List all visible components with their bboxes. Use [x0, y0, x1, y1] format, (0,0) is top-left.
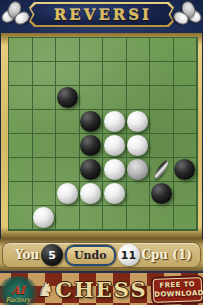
disc-white — [80, 183, 101, 204]
stacked-discs-icon — [172, 1, 202, 32]
board-cell-r5c1[interactable] — [33, 158, 57, 182]
disc-white — [33, 207, 54, 228]
board-cell-r6c5[interactable] — [127, 182, 151, 206]
disc-white — [57, 183, 78, 204]
disc-flip-edge — [153, 159, 170, 180]
title-plaque: REVERSI — [29, 2, 174, 27]
disc-flip-gray — [127, 159, 148, 180]
badge-line2: DOWNLOAD! — [154, 289, 201, 300]
you-score: 5 — [48, 249, 56, 262]
you-label: You — [15, 248, 39, 262]
disc-black — [174, 159, 195, 180]
undo-button[interactable]: Undo — [65, 245, 116, 266]
board-cell-r6c1[interactable] — [33, 182, 57, 206]
free-to-download-badge[interactable]: FREE TO DOWNLOAD! — [153, 277, 203, 303]
board-cell-r4c4[interactable] — [103, 134, 127, 158]
board-cell-r1c0[interactable] — [9, 62, 33, 86]
board-cell-r2c1[interactable] — [33, 86, 57, 110]
disc-black — [57, 87, 78, 108]
board-cell-r7c0[interactable] — [9, 206, 33, 230]
board-cell-r5c4[interactable] — [103, 158, 127, 182]
board-cell-r5c6[interactable] — [150, 158, 174, 182]
board-cell-r2c6[interactable] — [150, 86, 174, 110]
board-grid — [8, 37, 198, 231]
ai-factory-logo: AI Factory — [0, 276, 39, 305]
board-cell-r3c3[interactable] — [80, 110, 104, 134]
disc-black — [80, 159, 101, 180]
disc-white — [127, 135, 148, 156]
reversi-app: REVERSI You 5 Undo 11 Cpu (1) AI Factory — [0, 0, 203, 305]
board-cell-r3c2[interactable] — [56, 110, 80, 134]
disc-black — [80, 111, 101, 132]
board-cell-r1c7[interactable] — [174, 62, 198, 86]
board-cell-r1c2[interactable] — [56, 62, 80, 86]
board-cell-r4c0[interactable] — [9, 134, 33, 158]
board-cell-r0c3[interactable] — [80, 38, 104, 62]
board-cell-r6c4[interactable] — [103, 182, 127, 206]
board-cell-r5c0[interactable] — [9, 158, 33, 182]
you-score-disc: 5 — [41, 244, 63, 266]
board-cell-r0c7[interactable] — [174, 38, 198, 62]
cpu-score: 11 — [121, 249, 136, 262]
status-bar: You 5 Undo 11 Cpu (1) — [0, 239, 203, 271]
board-cell-r1c6[interactable] — [150, 62, 174, 86]
board-cell-r7c3[interactable] — [80, 206, 104, 230]
board-cell-r6c3[interactable] — [80, 182, 104, 206]
board-cell-r0c4[interactable] — [103, 38, 127, 62]
ai-factory-logo-top: AI — [11, 285, 25, 296]
disc-white — [127, 111, 148, 132]
board-cell-r4c2[interactable] — [56, 134, 80, 158]
stacked-discs-icon — [1, 1, 31, 32]
board-cell-r7c4[interactable] — [103, 206, 127, 230]
disc-white — [104, 183, 125, 204]
board-cell-r2c2[interactable] — [56, 86, 80, 110]
knight-icon-left: ♞ — [37, 280, 54, 299]
board-cell-r7c6[interactable] — [150, 206, 174, 230]
board-cell-r3c6[interactable] — [150, 110, 174, 134]
board-cell-r3c5[interactable] — [127, 110, 151, 134]
board-cell-r1c4[interactable] — [103, 62, 127, 86]
board-cell-r2c0[interactable] — [9, 86, 33, 110]
board-cell-r5c3[interactable] — [80, 158, 104, 182]
board-cell-r0c5[interactable] — [127, 38, 151, 62]
board-cell-r3c1[interactable] — [33, 110, 57, 134]
board-cell-r2c4[interactable] — [103, 86, 127, 110]
disc-black — [80, 135, 101, 156]
board-cell-r4c5[interactable] — [127, 134, 151, 158]
disc-white — [104, 111, 125, 132]
board-cell-r4c3[interactable] — [80, 134, 104, 158]
board-cell-r0c1[interactable] — [33, 38, 57, 62]
chess-ad-banner[interactable]: AI Factory ♞ CHESS ♞ FREE TO DOWNLOAD! — [0, 271, 203, 305]
ai-factory-logo-bottom: Factory — [6, 297, 31, 304]
board-cell-r7c5[interactable] — [127, 206, 151, 230]
title-banner: REVERSI — [0, 0, 203, 33]
board-cell-r6c0[interactable] — [9, 182, 33, 206]
board-cell-r1c5[interactable] — [127, 62, 151, 86]
board-cell-r4c7[interactable] — [174, 134, 198, 158]
board-cell-r6c2[interactable] — [56, 182, 80, 206]
board-cell-r2c3[interactable] — [80, 86, 104, 110]
board-cell-r3c0[interactable] — [9, 110, 33, 134]
board-frame — [0, 33, 203, 239]
board-cell-r6c7[interactable] — [174, 182, 198, 206]
board-cell-r7c1[interactable] — [33, 206, 57, 230]
board-cell-r2c7[interactable] — [174, 86, 198, 110]
board-cell-r5c7[interactable] — [174, 158, 198, 182]
board-cell-r0c6[interactable] — [150, 38, 174, 62]
ad-title: CHESS — [55, 277, 147, 302]
board-cell-r6c6[interactable] — [150, 182, 174, 206]
status-panel: You 5 Undo 11 Cpu (1) — [2, 242, 201, 268]
disc-black — [151, 183, 172, 204]
board-cell-r0c2[interactable] — [56, 38, 80, 62]
board-cell-r2c5[interactable] — [127, 86, 151, 110]
board-cell-r0c0[interactable] — [9, 38, 33, 62]
board-cell-r5c2[interactable] — [56, 158, 80, 182]
cpu-score-disc: 11 — [118, 244, 140, 266]
board-cell-r1c3[interactable] — [80, 62, 104, 86]
page-title: REVERSI — [51, 6, 152, 24]
board-cell-r7c7[interactable] — [174, 206, 198, 230]
board-cell-r3c7[interactable] — [174, 110, 198, 134]
board-cell-r4c6[interactable] — [150, 134, 174, 158]
board-cell-r4c1[interactable] — [33, 134, 57, 158]
disc-white — [104, 135, 125, 156]
board-cell-r3c4[interactable] — [103, 110, 127, 134]
board-cell-r5c5[interactable] — [127, 158, 151, 182]
disc-white — [104, 159, 125, 180]
board-cell-r7c2[interactable] — [56, 206, 80, 230]
board-cell-r1c1[interactable] — [33, 62, 57, 86]
cpu-label: Cpu (1) — [141, 248, 192, 262]
